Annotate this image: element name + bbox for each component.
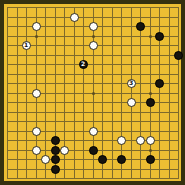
star-point [35,35,38,38]
white-stone[interactable] [32,22,41,31]
black-stone[interactable]: 2 [79,60,88,69]
black-stone[interactable] [51,165,60,174]
move-number-label: 1 [24,42,28,48]
white-stone[interactable] [32,89,41,98]
star-point [149,92,152,95]
white-stone[interactable] [89,22,98,31]
star-point [92,92,95,95]
black-stone[interactable] [51,136,60,145]
grid-line-v [121,7,122,179]
black-stone[interactable] [136,22,145,31]
grid-line-v [131,7,132,179]
grid-line-v [102,7,103,179]
grid-line-h [7,169,179,170]
move-number-label: 3 [129,80,133,86]
white-stone[interactable]: 1 [22,41,31,50]
black-stone[interactable] [146,155,155,164]
star-point [149,149,152,152]
white-stone[interactable] [89,127,98,136]
grid-line-v [112,7,113,179]
white-stone[interactable] [127,98,136,107]
white-stone[interactable] [89,41,98,50]
black-stone[interactable] [155,32,164,41]
black-stone[interactable] [98,155,107,164]
white-stone[interactable] [146,136,155,145]
black-stone[interactable] [89,146,98,155]
black-stone[interactable] [174,51,183,60]
grid-line-v [178,7,179,179]
board-grid: 132 [7,7,179,179]
grid-line-v [140,7,141,179]
black-stone[interactable] [117,155,126,164]
black-stone[interactable] [51,146,60,155]
white-stone[interactable] [70,13,79,22]
white-stone[interactable] [117,136,126,145]
go-board[interactable]: 132 [4,4,181,181]
star-point [149,35,152,38]
white-stone[interactable]: 3 [127,79,136,88]
white-stone[interactable] [32,146,41,155]
star-point [92,35,95,38]
grid-line-h [7,178,179,179]
grid-line-v [169,7,170,179]
grid-line-h [7,121,179,122]
black-stone[interactable] [146,98,155,107]
goban-frame: 132 [0,0,185,185]
move-number-label: 2 [81,61,85,67]
grid-line-h [7,112,179,113]
white-stone[interactable] [136,136,145,145]
black-stone[interactable] [155,79,164,88]
white-stone[interactable] [60,146,69,155]
white-stone[interactable] [32,127,41,136]
white-stone[interactable] [41,155,50,164]
black-stone[interactable] [51,155,60,164]
